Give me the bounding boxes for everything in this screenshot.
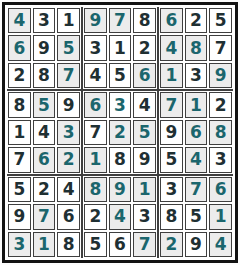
cell-r4c8[interactable]: 1: [185, 92, 208, 117]
cell-r5c4[interactable]: 7: [84, 120, 107, 145]
cell-r2c3[interactable]: 5: [57, 35, 80, 60]
cell-r5c6[interactable]: 5: [133, 120, 156, 145]
cell-r5c8[interactable]: 6: [185, 120, 208, 145]
cell-r8c6[interactable]: 3: [133, 204, 156, 229]
cell-r3c1[interactable]: 2: [8, 63, 31, 88]
cell-r1c9[interactable]: 5: [209, 8, 232, 33]
cell-r3c6[interactable]: 6: [133, 63, 156, 88]
cell-r6c6[interactable]: 9: [133, 147, 156, 172]
cell-r4c7[interactable]: 7: [160, 92, 183, 117]
cell-r2c2[interactable]: 9: [33, 35, 56, 60]
sudoku-board: 431695287 978312456 625487139 859143762 …: [2, 2, 238, 263]
block-3: 625487139: [159, 7, 233, 89]
cell-r5c9[interactable]: 8: [209, 120, 232, 145]
cell-r1c6[interactable]: 8: [133, 8, 156, 33]
cell-r6c3[interactable]: 2: [57, 147, 80, 172]
cell-r8c4[interactable]: 2: [84, 204, 107, 229]
cell-r1c2[interactable]: 3: [33, 8, 56, 33]
cell-r9c7[interactable]: 2: [160, 232, 183, 257]
cell-r3c7[interactable]: 1: [160, 63, 183, 88]
cell-r5c5[interactable]: 2: [109, 120, 132, 145]
cell-r5c7[interactable]: 9: [160, 120, 183, 145]
cell-r2c1[interactable]: 6: [8, 35, 31, 60]
cell-r9c2[interactable]: 1: [33, 232, 56, 257]
cell-r2c8[interactable]: 8: [185, 35, 208, 60]
cell-r1c5[interactable]: 7: [109, 8, 132, 33]
cell-r1c3[interactable]: 1: [57, 8, 80, 33]
cell-r9c1[interactable]: 3: [8, 232, 31, 257]
cell-r7c1[interactable]: 5: [8, 177, 31, 202]
cell-r1c1[interactable]: 4: [8, 8, 31, 33]
block-4: 859143762: [7, 91, 81, 173]
block-2: 978312456: [83, 7, 157, 89]
cell-r3c5[interactable]: 5: [109, 63, 132, 88]
cell-r7c6[interactable]: 1: [133, 177, 156, 202]
cell-r9c3[interactable]: 8: [57, 232, 80, 257]
cell-r4c2[interactable]: 5: [33, 92, 56, 117]
cell-r8c5[interactable]: 4: [109, 204, 132, 229]
cell-r4c6[interactable]: 4: [133, 92, 156, 117]
cell-r7c2[interactable]: 2: [33, 177, 56, 202]
cell-r3c8[interactable]: 3: [185, 63, 208, 88]
cell-r6c7[interactable]: 5: [160, 147, 183, 172]
cell-r9c4[interactable]: 5: [84, 232, 107, 257]
cell-r6c1[interactable]: 7: [8, 147, 31, 172]
cell-r6c9[interactable]: 3: [209, 147, 232, 172]
cell-r2c7[interactable]: 4: [160, 35, 183, 60]
cell-r3c2[interactable]: 8: [33, 63, 56, 88]
cell-r9c6[interactable]: 7: [133, 232, 156, 257]
cell-r7c9[interactable]: 6: [209, 177, 232, 202]
block-1: 431695287: [7, 7, 81, 89]
cell-r1c8[interactable]: 2: [185, 8, 208, 33]
cell-r2c6[interactable]: 2: [133, 35, 156, 60]
cell-r6c8[interactable]: 4: [185, 147, 208, 172]
block-9: 376851294: [159, 176, 233, 258]
cell-r9c9[interactable]: 4: [209, 232, 232, 257]
cell-r5c1[interactable]: 1: [8, 120, 31, 145]
cell-r2c5[interactable]: 1: [109, 35, 132, 60]
cell-r1c4[interactable]: 9: [84, 8, 107, 33]
cell-r6c5[interactable]: 8: [109, 147, 132, 172]
cell-r8c8[interactable]: 5: [185, 204, 208, 229]
block-8: 891243567: [83, 176, 157, 258]
cell-r7c4[interactable]: 8: [84, 177, 107, 202]
cell-r3c9[interactable]: 9: [209, 63, 232, 88]
cell-r4c1[interactable]: 8: [8, 92, 31, 117]
cell-r4c5[interactable]: 3: [109, 92, 132, 117]
block-6: 712968543: [159, 91, 233, 173]
cell-r7c7[interactable]: 3: [160, 177, 183, 202]
cell-r4c9[interactable]: 2: [209, 92, 232, 117]
block-7: 524976318: [7, 176, 81, 258]
cell-r8c7[interactable]: 8: [160, 204, 183, 229]
block-5: 634725189: [83, 91, 157, 173]
cell-r9c8[interactable]: 9: [185, 232, 208, 257]
cell-r8c3[interactable]: 6: [57, 204, 80, 229]
cell-r3c3[interactable]: 7: [57, 63, 80, 88]
cell-r5c2[interactable]: 4: [33, 120, 56, 145]
cell-r2c4[interactable]: 3: [84, 35, 107, 60]
cell-r4c4[interactable]: 6: [84, 92, 107, 117]
cell-r7c3[interactable]: 4: [57, 177, 80, 202]
cell-r1c7[interactable]: 6: [160, 8, 183, 33]
cell-r3c4[interactable]: 4: [84, 63, 107, 88]
cell-r6c4[interactable]: 1: [84, 147, 107, 172]
cell-r7c5[interactable]: 9: [109, 177, 132, 202]
cell-r5c3[interactable]: 3: [57, 120, 80, 145]
cell-r2c9[interactable]: 7: [209, 35, 232, 60]
cell-r8c1[interactable]: 9: [8, 204, 31, 229]
cell-r7c8[interactable]: 7: [185, 177, 208, 202]
cell-r8c9[interactable]: 1: [209, 204, 232, 229]
cell-r6c2[interactable]: 6: [33, 147, 56, 172]
cell-r8c2[interactable]: 7: [33, 204, 56, 229]
cell-r9c5[interactable]: 6: [109, 232, 132, 257]
cell-r4c3[interactable]: 9: [57, 92, 80, 117]
